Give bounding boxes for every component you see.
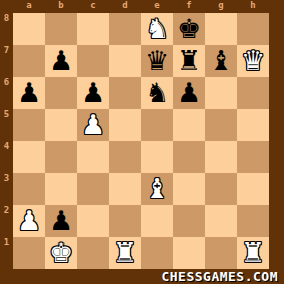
square-h1[interactable]: ♜: [237, 237, 269, 269]
square-c7[interactable]: [77, 45, 109, 77]
piece-white-bishop: ♝: [145, 173, 169, 205]
piece-black-pawn: ♟: [177, 77, 201, 109]
square-a6[interactable]: ♟: [13, 77, 45, 109]
square-a1[interactable]: [13, 237, 45, 269]
square-h4[interactable]: [237, 141, 269, 173]
file-labels: abcdefgh: [13, 0, 269, 13]
piece-black-pawn: ♟: [17, 77, 41, 109]
file-label-d: d: [109, 0, 141, 13]
piece-white-pawn: ♟: [17, 205, 41, 237]
square-e7[interactable]: ♛: [141, 45, 173, 77]
square-f2[interactable]: [173, 205, 205, 237]
square-e1[interactable]: [141, 237, 173, 269]
rank-label-4: 4: [0, 141, 13, 173]
rank-label-6: 6: [0, 77, 13, 109]
square-g5[interactable]: [205, 109, 237, 141]
square-b3[interactable]: [45, 173, 77, 205]
rank-labels: 87654321: [0, 13, 13, 269]
chess-board: ♞♚♟♛♜♝♛♟♟♞♟♟♝♟♟♚♜♜: [13, 13, 269, 269]
file-label-c: c: [77, 0, 109, 13]
piece-black-pawn: ♟: [49, 205, 73, 237]
rank-label-2: 2: [0, 205, 13, 237]
square-c1[interactable]: [77, 237, 109, 269]
square-d2[interactable]: [109, 205, 141, 237]
square-b1[interactable]: ♚: [45, 237, 77, 269]
square-g7[interactable]: ♝: [205, 45, 237, 77]
square-d4[interactable]: [109, 141, 141, 173]
file-label-b: b: [45, 0, 77, 13]
piece-white-rook: ♜: [113, 237, 137, 269]
square-b8[interactable]: [45, 13, 77, 45]
rank-label-1: 1: [0, 237, 13, 269]
piece-black-bishop: ♝: [209, 45, 233, 77]
square-a8[interactable]: [13, 13, 45, 45]
square-f4[interactable]: [173, 141, 205, 173]
square-c6[interactable]: ♟: [77, 77, 109, 109]
square-e3[interactable]: ♝: [141, 173, 173, 205]
file-label-f: f: [173, 0, 205, 13]
square-f6[interactable]: ♟: [173, 77, 205, 109]
rank-label-8: 8: [0, 13, 13, 45]
square-f8[interactable]: ♚: [173, 13, 205, 45]
square-a2[interactable]: ♟: [13, 205, 45, 237]
square-f3[interactable]: [173, 173, 205, 205]
square-g1[interactable]: [205, 237, 237, 269]
piece-white-pawn: ♟: [81, 109, 105, 141]
square-f7[interactable]: ♜: [173, 45, 205, 77]
square-g8[interactable]: [205, 13, 237, 45]
square-e2[interactable]: [141, 205, 173, 237]
piece-black-king: ♚: [177, 13, 201, 45]
square-h3[interactable]: [237, 173, 269, 205]
piece-white-rook: ♜: [241, 237, 265, 269]
file-label-g: g: [205, 0, 237, 13]
square-d7[interactable]: [109, 45, 141, 77]
piece-black-queen: ♛: [145, 45, 169, 77]
square-b7[interactable]: ♟: [45, 45, 77, 77]
square-a5[interactable]: [13, 109, 45, 141]
square-e8[interactable]: ♞: [141, 13, 173, 45]
square-h2[interactable]: [237, 205, 269, 237]
square-h7[interactable]: ♛: [237, 45, 269, 77]
square-h6[interactable]: [237, 77, 269, 109]
square-f5[interactable]: [173, 109, 205, 141]
square-e6[interactable]: ♞: [141, 77, 173, 109]
square-c8[interactable]: [77, 13, 109, 45]
square-e4[interactable]: [141, 141, 173, 173]
square-g6[interactable]: [205, 77, 237, 109]
square-c3[interactable]: [77, 173, 109, 205]
square-e5[interactable]: [141, 109, 173, 141]
square-d5[interactable]: [109, 109, 141, 141]
piece-black-pawn: ♟: [49, 45, 73, 77]
piece-white-king: ♚: [49, 237, 73, 269]
square-g2[interactable]: [205, 205, 237, 237]
square-d3[interactable]: [109, 173, 141, 205]
site-logo-link[interactable]: CHESSGAMES.COM: [161, 269, 278, 284]
square-h5[interactable]: [237, 109, 269, 141]
square-g3[interactable]: [205, 173, 237, 205]
square-c4[interactable]: [77, 141, 109, 173]
square-b5[interactable]: [45, 109, 77, 141]
square-c2[interactable]: [77, 205, 109, 237]
rank-label-7: 7: [0, 45, 13, 77]
piece-black-knight: ♞: [145, 77, 169, 109]
rank-label-5: 5: [0, 109, 13, 141]
square-b2[interactable]: ♟: [45, 205, 77, 237]
piece-white-knight: ♞: [145, 13, 169, 45]
square-a3[interactable]: [13, 173, 45, 205]
file-label-h: h: [237, 0, 269, 13]
square-d1[interactable]: ♜: [109, 237, 141, 269]
square-d6[interactable]: [109, 77, 141, 109]
square-d8[interactable]: [109, 13, 141, 45]
square-b4[interactable]: [45, 141, 77, 173]
file-label-e: e: [141, 0, 173, 13]
piece-black-rook: ♜: [177, 45, 201, 77]
square-a4[interactable]: [13, 141, 45, 173]
chess-diagram: abcdefgh 87654321 ♞♚♟♛♜♝♛♟♟♞♟♟♝♟♟♚♜♜ CHE…: [0, 0, 284, 284]
rank-label-3: 3: [0, 173, 13, 205]
file-label-a: a: [13, 0, 45, 13]
square-c5[interactable]: ♟: [77, 109, 109, 141]
square-b6[interactable]: [45, 77, 77, 109]
square-f1[interactable]: [173, 237, 205, 269]
piece-white-queen: ♛: [241, 45, 265, 77]
piece-black-pawn: ♟: [81, 77, 105, 109]
square-h8[interactable]: [237, 13, 269, 45]
square-g4[interactable]: [205, 141, 237, 173]
square-a7[interactable]: [13, 45, 45, 77]
